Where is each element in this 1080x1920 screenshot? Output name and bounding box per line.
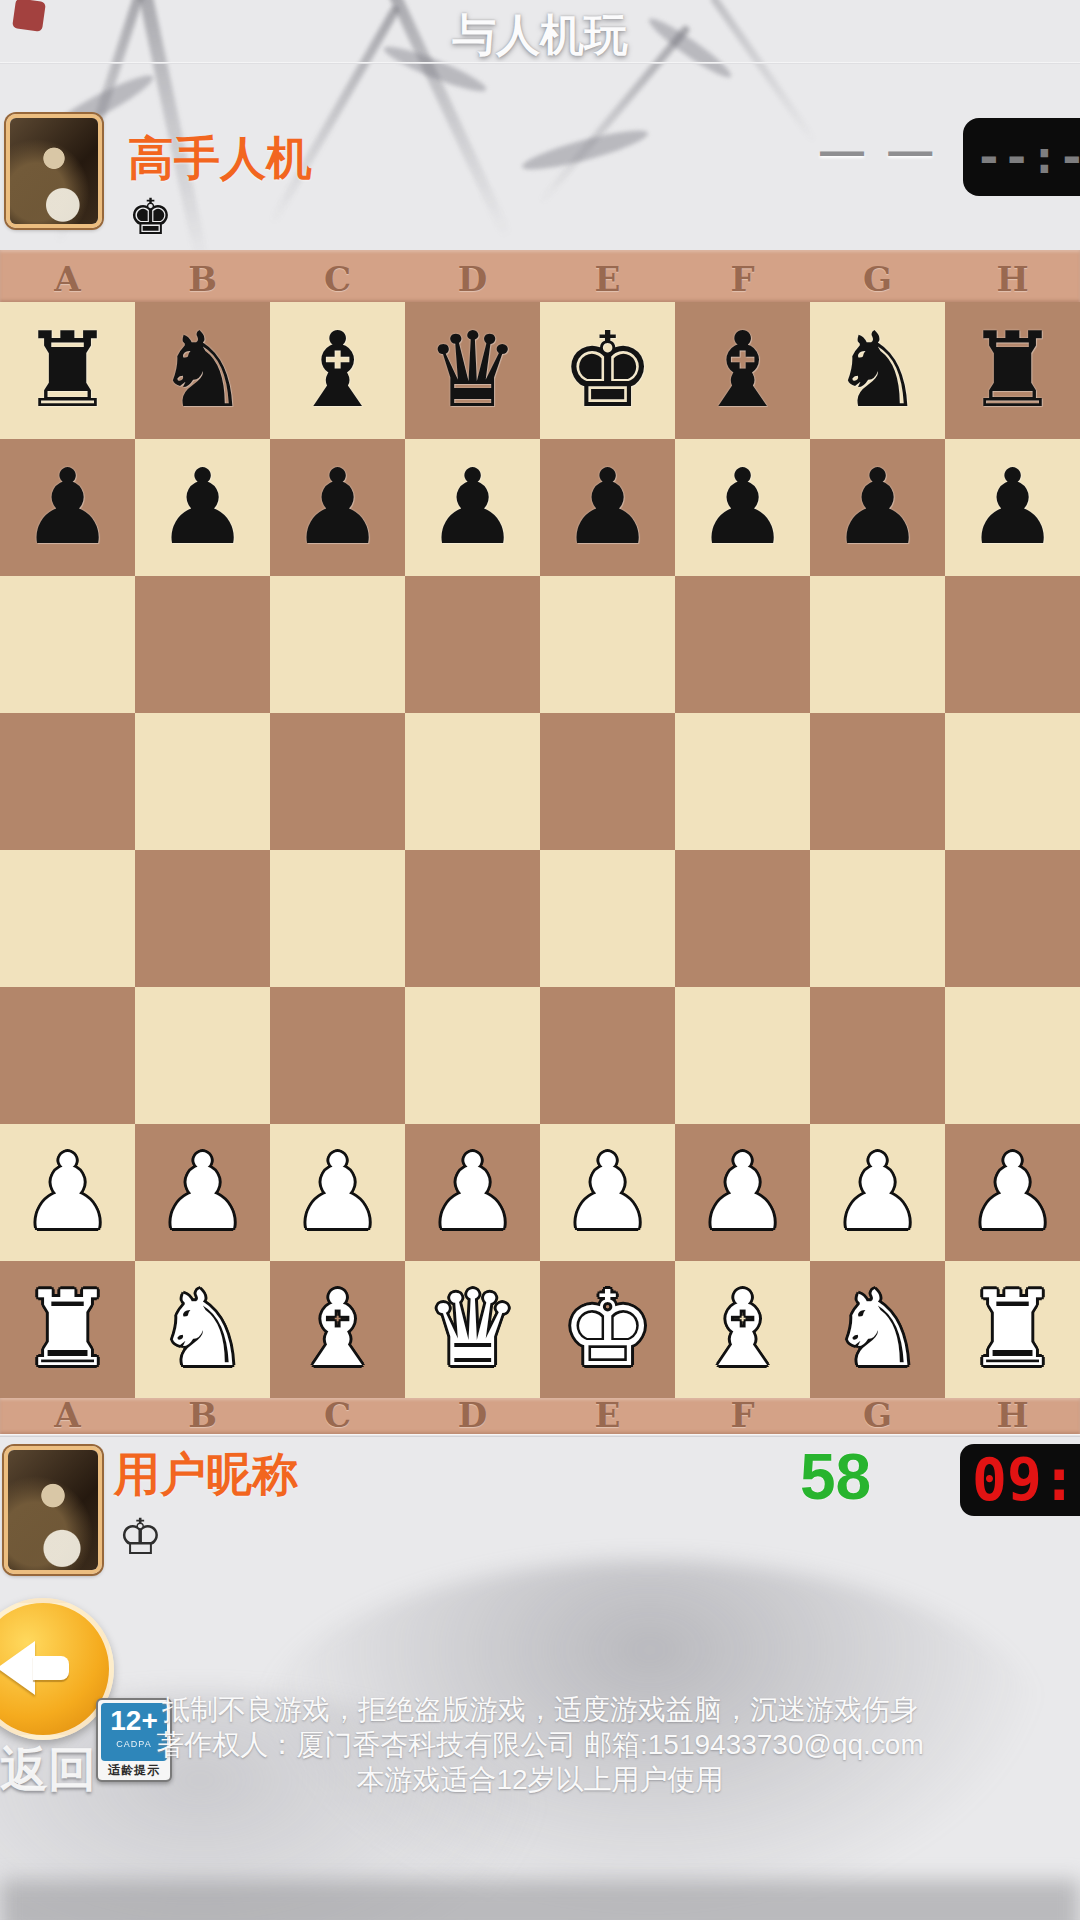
square-a3[interactable] (0, 987, 135, 1124)
square-c5[interactable] (270, 713, 405, 850)
player-score: 58 (800, 1440, 871, 1514)
square-g6[interactable] (810, 576, 945, 713)
square-d1[interactable]: ♛ (405, 1261, 540, 1398)
file-label-d: D (405, 1398, 540, 1434)
black-pawn: ♟ (831, 439, 924, 576)
square-f4[interactable] (675, 850, 810, 987)
square-e3[interactable] (540, 987, 675, 1124)
square-b1[interactable]: ♞ (135, 1261, 270, 1398)
disclaimer-line-2: 著作权人：厦门香杏科技有限公司 邮箱:1519433730@qq.com (150, 1727, 930, 1762)
player-avatar-image (8, 1450, 98, 1570)
square-d5[interactable] (405, 713, 540, 850)
white-knight: ♞ (831, 1261, 924, 1398)
square-e8[interactable]: ♚ (540, 302, 675, 439)
square-h8[interactable]: ♜ (945, 302, 1080, 439)
opponent-clock: --:-- (963, 118, 1080, 196)
black-pawn: ♟ (156, 439, 249, 576)
square-g3[interactable] (810, 987, 945, 1124)
square-b8[interactable]: ♞ (135, 302, 270, 439)
square-e6[interactable] (540, 576, 675, 713)
opponent-score: — — (820, 126, 938, 176)
square-c7[interactable]: ♟ (270, 439, 405, 576)
back-arrow-icon (0, 1641, 35, 1695)
file-label-e: E (540, 250, 675, 308)
square-a7[interactable]: ♟ (0, 439, 135, 576)
file-label-a: A (0, 250, 135, 308)
black-rook: ♜ (966, 302, 1059, 439)
file-label-d: D (405, 250, 540, 308)
square-c1[interactable]: ♝ (270, 1261, 405, 1398)
square-g1[interactable]: ♞ (810, 1261, 945, 1398)
app-screen: 与人机玩 高手人机 ♚ — — --:-- ABCDEFGH ♜♞♝♛♚♝♞♜♟… (0, 0, 1080, 1920)
white-queen: ♛ (426, 1261, 519, 1398)
white-pawn: ♟ (831, 1124, 924, 1261)
square-h7[interactable]: ♟ (945, 439, 1080, 576)
player-clock: 09:5 (960, 1444, 1080, 1516)
square-d7[interactable]: ♟ (405, 439, 540, 576)
player-avatar[interactable] (4, 1446, 102, 1574)
disclaimer-line-3: 本游戏适合12岁以上用户使用 (150, 1762, 930, 1797)
white-rook: ♜ (966, 1261, 1059, 1398)
white-king: ♚ (561, 1261, 654, 1398)
page-title: 与人机玩 (0, 6, 1080, 65)
player-clock-value: 09:5 (972, 1446, 1080, 1514)
black-king: ♚ (561, 302, 654, 439)
square-h1[interactable]: ♜ (945, 1261, 1080, 1398)
white-pawn: ♟ (696, 1124, 789, 1261)
square-g7[interactable]: ♟ (810, 439, 945, 576)
file-label-f: F (675, 1398, 810, 1434)
square-h3[interactable] (945, 987, 1080, 1124)
header-divider (0, 62, 1080, 64)
black-queen: ♛ (426, 302, 519, 439)
white-rook: ♜ (21, 1261, 114, 1398)
square-f1[interactable]: ♝ (675, 1261, 810, 1398)
black-knight: ♞ (831, 302, 924, 439)
file-label-f: F (675, 250, 810, 308)
square-e1[interactable]: ♚ (540, 1261, 675, 1398)
black-pawn: ♟ (291, 439, 384, 576)
white-bishop: ♝ (291, 1261, 384, 1398)
square-f8[interactable]: ♝ (675, 302, 810, 439)
black-pawn: ♟ (966, 439, 1059, 576)
file-labels-bottom: ABCDEFGH (0, 1398, 1080, 1434)
black-king-icon: ♚ (128, 192, 173, 242)
square-b4[interactable] (135, 850, 270, 987)
white-pawn: ♟ (21, 1124, 114, 1261)
square-f2[interactable]: ♟ (675, 1124, 810, 1261)
white-pawn: ♟ (426, 1124, 519, 1261)
disclaimer-text: 抵制不良游戏，拒绝盗版游戏，适度游戏益脑，沉迷游戏伤身 著作权人：厦门香杏科技有… (150, 1692, 930, 1797)
black-knight: ♞ (156, 302, 249, 439)
square-h6[interactable] (945, 576, 1080, 713)
square-g5[interactable] (810, 713, 945, 850)
chess-board[interactable]: ♜♞♝♛♚♝♞♜♟♟♟♟♟♟♟♟♟♟♟♟♟♟♟♟♜♞♝♛♚♝♞♜ (0, 302, 1080, 1398)
square-c2[interactable]: ♟ (270, 1124, 405, 1261)
square-a6[interactable] (0, 576, 135, 713)
file-label-b: B (135, 1398, 270, 1434)
square-b3[interactable] (135, 987, 270, 1124)
black-pawn: ♟ (426, 439, 519, 576)
square-d2[interactable]: ♟ (405, 1124, 540, 1261)
square-c4[interactable] (270, 850, 405, 987)
square-e7[interactable]: ♟ (540, 439, 675, 576)
square-f5[interactable] (675, 713, 810, 850)
square-b2[interactable]: ♟ (135, 1124, 270, 1261)
file-label-g: G (810, 1398, 945, 1434)
square-f7[interactable]: ♟ (675, 439, 810, 576)
square-c6[interactable] (270, 576, 405, 713)
square-e5[interactable] (540, 713, 675, 850)
square-c3[interactable] (270, 987, 405, 1124)
square-g2[interactable]: ♟ (810, 1124, 945, 1261)
square-g8[interactable]: ♞ (810, 302, 945, 439)
square-f6[interactable] (675, 576, 810, 713)
square-d8[interactable]: ♛ (405, 302, 540, 439)
white-pawn: ♟ (156, 1124, 249, 1261)
black-bishop: ♝ (291, 302, 384, 439)
back-button-label: 返回 (0, 1738, 96, 1802)
board-separator (0, 1434, 1080, 1437)
opponent-clock-value: --:-- (975, 130, 1080, 184)
opponent-name: 高手人机 (128, 128, 312, 190)
file-label-a: A (0, 1398, 135, 1434)
file-label-c: C (270, 250, 405, 308)
file-label-e: E (540, 1398, 675, 1434)
file-label-g: G (810, 250, 945, 308)
square-b6[interactable] (135, 576, 270, 713)
file-labels-top: ABCDEFGH (0, 250, 1080, 302)
square-g4[interactable] (810, 850, 945, 987)
square-h4[interactable] (945, 850, 1080, 987)
white-pawn: ♟ (291, 1124, 384, 1261)
square-d4[interactable] (405, 850, 540, 987)
square-b5[interactable] (135, 713, 270, 850)
white-pawn: ♟ (561, 1124, 654, 1261)
square-h2[interactable]: ♟ (945, 1124, 1080, 1261)
board-area: ABCDEFGH ♜♞♝♛♚♝♞♜♟♟♟♟♟♟♟♟♟♟♟♟♟♟♟♟♜♞♝♛♚♝♞… (0, 250, 1080, 1434)
square-b7[interactable]: ♟ (135, 439, 270, 576)
square-a5[interactable] (0, 713, 135, 850)
square-f3[interactable] (675, 987, 810, 1124)
file-label-h: H (945, 250, 1080, 308)
white-knight: ♞ (156, 1261, 249, 1398)
file-label-h: H (945, 1398, 1080, 1434)
square-a4[interactable] (0, 850, 135, 987)
black-rook: ♜ (21, 302, 114, 439)
square-a1[interactable]: ♜ (0, 1261, 135, 1398)
white-king-icon: ♔ (118, 1512, 163, 1562)
black-pawn: ♟ (21, 439, 114, 576)
square-e2[interactable]: ♟ (540, 1124, 675, 1261)
square-c8[interactable]: ♝ (270, 302, 405, 439)
white-pawn: ♟ (966, 1124, 1059, 1261)
white-bishop: ♝ (696, 1261, 789, 1398)
square-d6[interactable] (405, 576, 540, 713)
black-pawn: ♟ (696, 439, 789, 576)
square-a8[interactable]: ♜ (0, 302, 135, 439)
square-a2[interactable]: ♟ (0, 1124, 135, 1261)
file-label-c: C (270, 1398, 405, 1434)
square-h5[interactable] (945, 713, 1080, 850)
disclaimer-line-1: 抵制不良游戏，拒绝盗版游戏，适度游戏益脑，沉迷游戏伤身 (150, 1692, 930, 1727)
black-bishop: ♝ (696, 302, 789, 439)
opponent-avatar-image (10, 118, 98, 224)
opponent-avatar[interactable] (6, 114, 102, 228)
file-label-b: B (135, 250, 270, 308)
square-e4[interactable] (540, 850, 675, 987)
player-name: 用户昵称 (114, 1444, 298, 1506)
black-pawn: ♟ (561, 439, 654, 576)
square-d3[interactable] (405, 987, 540, 1124)
